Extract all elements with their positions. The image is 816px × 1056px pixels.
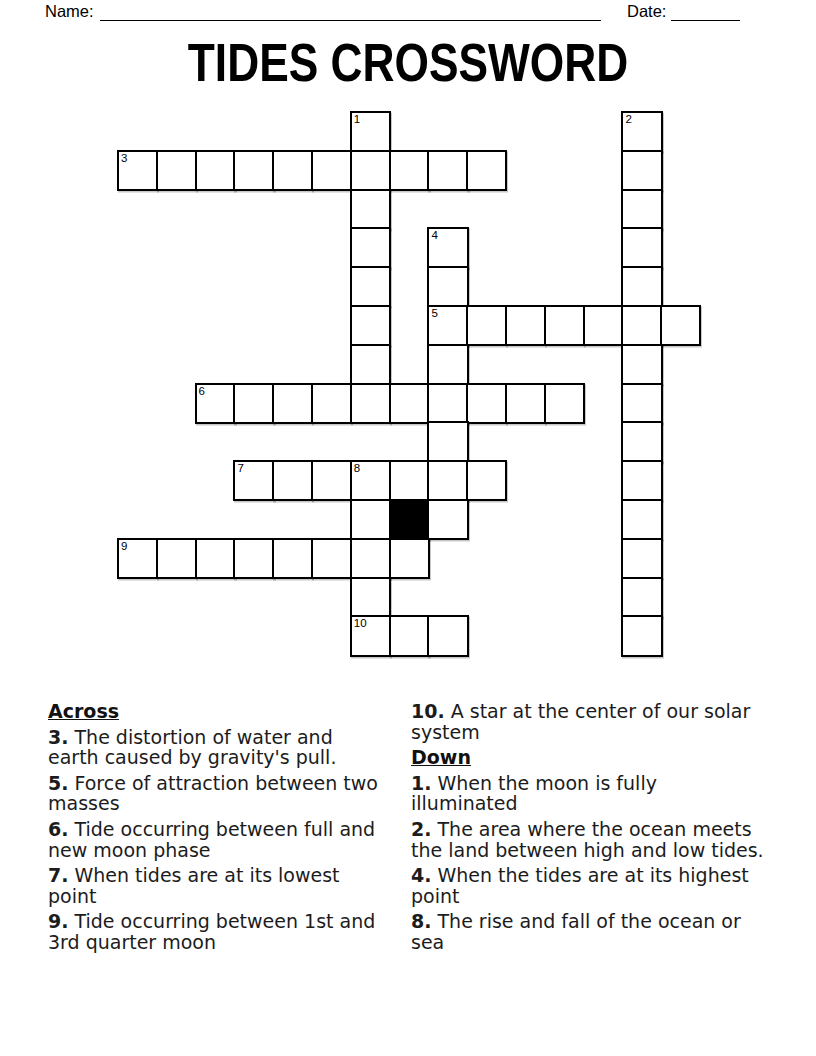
- cell-r5c8[interactable]: 5: [427, 305, 468, 346]
- cell-r11c4[interactable]: [272, 538, 313, 579]
- clue-number: 8.: [411, 910, 431, 932]
- cell-r1c1[interactable]: [156, 150, 197, 191]
- name-label: Name:: [45, 2, 94, 21]
- across-heading: Across: [48, 701, 408, 722]
- cell-r8c8[interactable]: [427, 421, 468, 462]
- cell-r2c13[interactable]: [621, 189, 662, 230]
- cell-r11c5[interactable]: [311, 538, 352, 579]
- clue-number: 7.: [48, 864, 68, 886]
- cell-r7c8[interactable]: [427, 383, 468, 424]
- cell-r4c8[interactable]: [427, 266, 468, 307]
- cell-r12c13[interactable]: [621, 577, 662, 618]
- clue-across-6: 6. Tide occurring between full andnew mo…: [48, 819, 408, 860]
- cell-r11c6[interactable]: [350, 538, 391, 579]
- cell-r10c8[interactable]: [427, 499, 468, 540]
- cell-r7c7[interactable]: [389, 383, 430, 424]
- clue-across-5: 5. Force of attraction between twomasses: [48, 773, 408, 814]
- clue-number-label: 5: [431, 307, 437, 320]
- cell-r1c7[interactable]: [389, 150, 430, 191]
- cell-r11c2[interactable]: [195, 538, 236, 579]
- cell-r7c2[interactable]: 6: [195, 383, 236, 424]
- clue-number-label: 10: [354, 617, 367, 630]
- cell-r13c8[interactable]: [427, 615, 468, 656]
- clue-across-10: 10. A star at the center of our solarsys…: [411, 701, 783, 742]
- clue-number-label: 2: [625, 113, 631, 126]
- clue-number-label: 3: [121, 152, 127, 165]
- clue-number-label: 6: [199, 385, 205, 398]
- clues-column-left: Across 3. The distortion of water andear…: [48, 701, 408, 958]
- cell-r11c7[interactable]: [389, 538, 430, 579]
- cell-r6c6[interactable]: [350, 344, 391, 385]
- cell-r9c13[interactable]: [621, 460, 662, 501]
- cell-r1c5[interactable]: [311, 150, 352, 191]
- cell-r4c13[interactable]: [621, 266, 662, 307]
- cell-r1c4[interactable]: [272, 150, 313, 191]
- clues-column-right: 10. A star at the center of our solarsys…: [411, 701, 783, 958]
- clue-across-3: 3. The distortion of water andearth caus…: [48, 727, 408, 768]
- cell-r3c8[interactable]: 4: [427, 227, 468, 268]
- cell-r7c4[interactable]: [272, 383, 313, 424]
- cell-r3c6[interactable]: [350, 227, 391, 268]
- clue-number-label: 9: [121, 540, 127, 553]
- clue-down-8: 8. The rise and fall of the ocean orsea: [411, 911, 783, 952]
- cell-r7c13[interactable]: [621, 383, 662, 424]
- name-write-line[interactable]: [100, 3, 601, 21]
- cell-r7c11[interactable]: [544, 383, 585, 424]
- cell-r1c6[interactable]: [350, 150, 391, 191]
- cell-r11c1[interactable]: [156, 538, 197, 579]
- cell-r5c6[interactable]: [350, 305, 391, 346]
- date-write-line[interactable]: [671, 3, 740, 21]
- clue-number: 2.: [411, 818, 431, 840]
- across-clues-list: 3. The distortion of water andearth caus…: [48, 727, 408, 953]
- clue-down-2: 2. The area where the ocean meetsthe lan…: [411, 819, 783, 860]
- cell-r10c6[interactable]: [350, 499, 391, 540]
- cell-r1c0[interactable]: 3: [117, 150, 158, 191]
- cell-r12c6[interactable]: [350, 577, 391, 618]
- cell-r7c5[interactable]: [311, 383, 352, 424]
- cell-r9c3[interactable]: 7: [233, 460, 274, 501]
- clue-number: 9.: [48, 910, 68, 932]
- cell-r1c8[interactable]: [427, 150, 468, 191]
- cell-r11c0[interactable]: 9: [117, 538, 158, 579]
- cell-r1c13[interactable]: [621, 150, 662, 191]
- cell-r7c10[interactable]: [505, 383, 546, 424]
- cell-r6c13[interactable]: [621, 344, 662, 385]
- cell-r6c8[interactable]: [427, 344, 468, 385]
- cell-r9c5[interactable]: [311, 460, 352, 501]
- cell-r10c13[interactable]: [621, 499, 662, 540]
- cell-r2c6[interactable]: [350, 189, 391, 230]
- crossword-grid: 12345678910: [117, 111, 699, 654]
- cell-r0c6[interactable]: 1: [350, 111, 391, 152]
- cell-r7c6[interactable]: [350, 383, 391, 424]
- clue-down-1: 1. When the moon is fullyilluminated: [411, 773, 783, 814]
- cell-r11c13[interactable]: [621, 538, 662, 579]
- clue-number: 1.: [411, 772, 431, 794]
- clue-number-label: 4: [431, 229, 437, 242]
- worksheet-page: Name: Date: TIDES CROSSWORD 12345678910 …: [0, 0, 816, 1056]
- clue-across-7: 7. When tides are at its lowestpoint: [48, 865, 408, 906]
- cell-r5c9[interactable]: [466, 305, 507, 346]
- cell-r13c6[interactable]: 10: [350, 615, 391, 656]
- clue-number: 4.: [411, 864, 431, 886]
- cell-r5c11[interactable]: [544, 305, 585, 346]
- cell-r0c13[interactable]: 2: [621, 111, 662, 152]
- clue-across-9: 9. Tide occurring between 1st and3rd qua…: [48, 911, 408, 952]
- cell-r3c13[interactable]: [621, 227, 662, 268]
- clue-down-4: 4. When the tides are at its highestpoin…: [411, 865, 783, 906]
- cell-r7c9[interactable]: [466, 383, 507, 424]
- cell-r8c13[interactable]: [621, 421, 662, 462]
- cell-r1c9[interactable]: [466, 150, 507, 191]
- clue-number: 6.: [48, 818, 68, 840]
- clue-number-label: 8: [354, 462, 360, 475]
- clue-number: 10.: [411, 700, 445, 722]
- clue-number: 5.: [48, 772, 68, 794]
- cell-r9c7[interactable]: [389, 460, 430, 501]
- clue-number-label: 7: [237, 462, 243, 475]
- black-cell: [389, 499, 430, 540]
- cell-r1c2[interactable]: [195, 150, 236, 191]
- cell-r13c13[interactable]: [621, 615, 662, 656]
- cell-r5c14[interactable]: [660, 305, 701, 346]
- cell-r5c13[interactable]: [621, 305, 662, 346]
- cell-r4c6[interactable]: [350, 266, 391, 307]
- clue-number: 3.: [48, 726, 68, 748]
- cell-r5c10[interactable]: [505, 305, 546, 346]
- page-title: TIDES CROSSWORD: [73, 36, 742, 90]
- cell-r1c3[interactable]: [233, 150, 274, 191]
- clue-number-label: 1: [354, 113, 360, 126]
- date-label: Date:: [627, 2, 666, 21]
- down-clues-list: 1. When the moon is fullyilluminated2. T…: [411, 773, 783, 953]
- cell-r9c9[interactable]: [466, 460, 507, 501]
- down-heading: Down: [411, 747, 783, 768]
- cell-r11c3[interactable]: [233, 538, 274, 579]
- cell-r9c4[interactable]: [272, 460, 313, 501]
- across-clues-list-continued: 10. A star at the center of our solarsys…: [411, 701, 783, 742]
- cell-r9c6[interactable]: 8: [350, 460, 391, 501]
- cell-r7c3[interactable]: [233, 383, 274, 424]
- cell-r13c7[interactable]: [389, 615, 430, 656]
- cell-r9c8[interactable]: [427, 460, 468, 501]
- cell-r5c12[interactable]: [583, 305, 624, 346]
